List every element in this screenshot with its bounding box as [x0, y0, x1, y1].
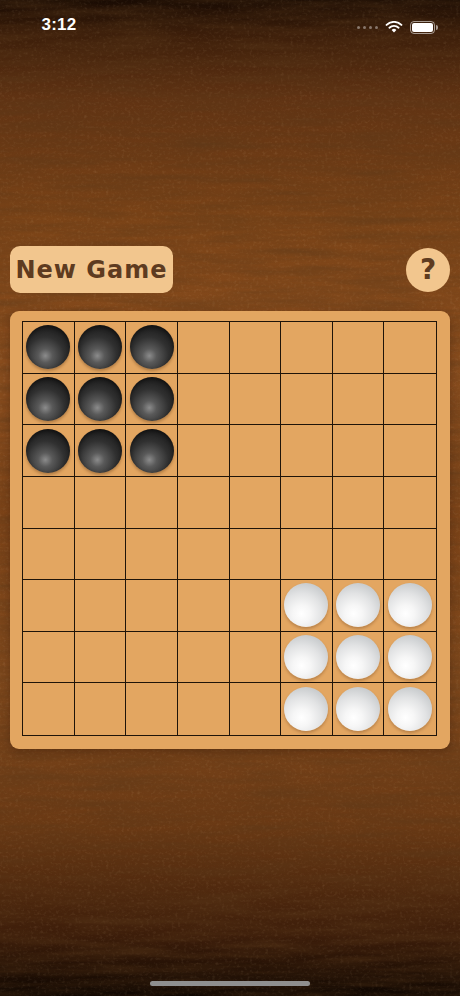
- cellular-signal-icon: [357, 26, 378, 29]
- new-game-button[interactable]: New Game: [10, 246, 173, 293]
- board-cell-r1c8[interactable]: [384, 322, 436, 374]
- board-cell-r2c4[interactable]: [178, 374, 230, 426]
- board-cell-r3c5[interactable]: [230, 425, 282, 477]
- battery-nub: [436, 25, 438, 30]
- board-cell-r7c6[interactable]: [281, 632, 333, 684]
- board-cell-r3c8[interactable]: [384, 425, 436, 477]
- battery-fill: [412, 23, 433, 32]
- board-cell-r5c8[interactable]: [384, 529, 436, 581]
- board-cell-r1c2[interactable]: [75, 322, 127, 374]
- black-stone[interactable]: [78, 377, 122, 421]
- white-stone[interactable]: [388, 583, 432, 627]
- board-cell-r3c7[interactable]: [333, 425, 385, 477]
- board-cell-r3c1[interactable]: [23, 425, 75, 477]
- white-stone[interactable]: [336, 635, 380, 679]
- board-cell-r2c5[interactable]: [230, 374, 282, 426]
- board-cell-r7c5[interactable]: [230, 632, 282, 684]
- board-cell-r7c3[interactable]: [126, 632, 178, 684]
- home-indicator[interactable]: [150, 981, 310, 986]
- help-button[interactable]: ?: [406, 248, 450, 292]
- board-cell-r5c4[interactable]: [178, 529, 230, 581]
- board-cell-r7c4[interactable]: [178, 632, 230, 684]
- board-cell-r8c3[interactable]: [126, 683, 178, 735]
- board-cell-r5c5[interactable]: [230, 529, 282, 581]
- board-cell-r1c1[interactable]: [23, 322, 75, 374]
- board-cell-r2c7[interactable]: [333, 374, 385, 426]
- status-bar: 3:12: [0, 0, 460, 54]
- white-stone[interactable]: [388, 635, 432, 679]
- board-cell-r2c6[interactable]: [281, 374, 333, 426]
- black-stone[interactable]: [78, 429, 122, 473]
- board-cell-r8c1[interactable]: [23, 683, 75, 735]
- board-cell-r3c4[interactable]: [178, 425, 230, 477]
- board-cell-r3c3[interactable]: [126, 425, 178, 477]
- board-cell-r7c2[interactable]: [75, 632, 127, 684]
- board-cell-r2c1[interactable]: [23, 374, 75, 426]
- board-cell-r4c5[interactable]: [230, 477, 282, 529]
- board-cell-r6c6[interactable]: [281, 580, 333, 632]
- board-cell-r4c2[interactable]: [75, 477, 127, 529]
- black-stone[interactable]: [130, 325, 174, 369]
- board-cell-r4c6[interactable]: [281, 477, 333, 529]
- board-cell-r1c6[interactable]: [281, 322, 333, 374]
- board-cell-r8c8[interactable]: [384, 683, 436, 735]
- board-cell-r7c7[interactable]: [333, 632, 385, 684]
- black-stone[interactable]: [78, 325, 122, 369]
- board-cell-r4c8[interactable]: [384, 477, 436, 529]
- white-stone[interactable]: [388, 687, 432, 731]
- white-stone[interactable]: [284, 583, 328, 627]
- board-cell-r5c2[interactable]: [75, 529, 127, 581]
- board-cell-r2c3[interactable]: [126, 374, 178, 426]
- board-cell-r7c1[interactable]: [23, 632, 75, 684]
- white-stone[interactable]: [336, 687, 380, 731]
- board-cell-r8c7[interactable]: [333, 683, 385, 735]
- board-cell-r1c4[interactable]: [178, 322, 230, 374]
- board-cell-r6c3[interactable]: [126, 580, 178, 632]
- black-stone[interactable]: [130, 377, 174, 421]
- black-stone[interactable]: [130, 429, 174, 473]
- board-cell-r1c5[interactable]: [230, 322, 282, 374]
- board-cell-r5c3[interactable]: [126, 529, 178, 581]
- board-cell-r4c7[interactable]: [333, 477, 385, 529]
- game-board: [10, 311, 450, 749]
- board-cell-r4c1[interactable]: [23, 477, 75, 529]
- board-cell-r8c6[interactable]: [281, 683, 333, 735]
- battery-icon: [410, 21, 435, 34]
- wifi-icon: [385, 21, 403, 34]
- white-stone[interactable]: [336, 583, 380, 627]
- board-cell-r6c7[interactable]: [333, 580, 385, 632]
- white-stone[interactable]: [284, 635, 328, 679]
- black-stone[interactable]: [26, 377, 70, 421]
- board-cell-r8c4[interactable]: [178, 683, 230, 735]
- board-grid: [22, 321, 437, 736]
- board-cell-r1c7[interactable]: [333, 322, 385, 374]
- board-cell-r8c2[interactable]: [75, 683, 127, 735]
- board-cell-r4c4[interactable]: [178, 477, 230, 529]
- board-cell-r6c2[interactable]: [75, 580, 127, 632]
- board-cell-r4c3[interactable]: [126, 477, 178, 529]
- board-cell-r8c5[interactable]: [230, 683, 282, 735]
- board-cell-r6c4[interactable]: [178, 580, 230, 632]
- white-stone[interactable]: [284, 687, 328, 731]
- status-icons: [357, 20, 435, 34]
- board-cell-r2c8[interactable]: [384, 374, 436, 426]
- board-cell-r6c8[interactable]: [384, 580, 436, 632]
- board-cell-r7c8[interactable]: [384, 632, 436, 684]
- board-cell-r5c7[interactable]: [333, 529, 385, 581]
- board-cell-r5c1[interactable]: [23, 529, 75, 581]
- black-stone[interactable]: [26, 325, 70, 369]
- board-cell-r1c3[interactable]: [126, 322, 178, 374]
- black-stone[interactable]: [26, 429, 70, 473]
- board-cell-r2c2[interactable]: [75, 374, 127, 426]
- status-time: 3:12: [34, 15, 84, 35]
- board-cell-r3c6[interactable]: [281, 425, 333, 477]
- board-cell-r6c1[interactable]: [23, 580, 75, 632]
- board-cell-r5c6[interactable]: [281, 529, 333, 581]
- board-cell-r6c5[interactable]: [230, 580, 282, 632]
- board-cell-r3c2[interactable]: [75, 425, 127, 477]
